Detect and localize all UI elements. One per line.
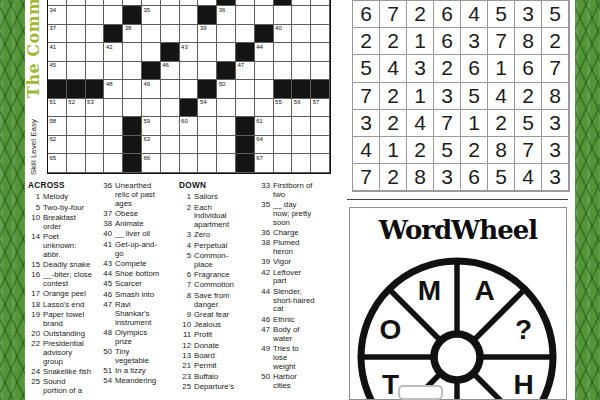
crossword-cell[interactable] xyxy=(123,62,142,81)
clue-item: 23Buffalo xyxy=(179,373,247,382)
crossword-cell[interactable] xyxy=(67,136,86,155)
clue-text: Snakelike fish xyxy=(43,368,91,377)
clue-item: 19Paper towel brand xyxy=(28,311,106,329)
clue-number: 36 xyxy=(100,182,112,208)
number-cell[interactable]: 2 xyxy=(380,28,407,55)
clue-item: 5Common- place xyxy=(179,252,247,270)
clue-text: Common- place xyxy=(194,252,228,270)
wheel-letter-A: A xyxy=(474,275,494,306)
crossword-cell[interactable]: 52 xyxy=(67,99,86,118)
number-cell[interactable]: 2 xyxy=(407,1,434,28)
clue-item: 50Tiny vegetable xyxy=(100,348,179,366)
crossword-cell[interactable]: 63 xyxy=(142,136,161,155)
clue-text: Melody xyxy=(43,193,68,202)
clue-item: 50Harbor cities xyxy=(258,373,322,391)
number-cell[interactable]: 6 xyxy=(461,164,488,191)
crossword-cell[interactable] xyxy=(236,99,255,118)
crossword-cell[interactable] xyxy=(217,136,236,155)
crossword-cell[interactable] xyxy=(180,154,199,173)
number-cell[interactable]: 2 xyxy=(353,28,380,55)
crossword-cell[interactable]: 67 xyxy=(255,154,274,173)
clue-item: 47Body of water xyxy=(258,326,322,344)
clue-text: Obese xyxy=(115,210,138,219)
crossword-cell[interactable] xyxy=(104,154,123,173)
clue-item: 18Lasso's end xyxy=(28,301,106,310)
clue-number: 8 xyxy=(179,292,191,310)
crossword-cell[interactable]: 51 xyxy=(48,99,67,118)
number-cell[interactable]: 1 xyxy=(461,110,488,137)
crossword-cell[interactable]: 38 xyxy=(123,25,142,44)
crossword-cell[interactable] xyxy=(274,117,293,136)
crossword-cell[interactable] xyxy=(311,25,330,44)
number-cell[interactable]: 8 xyxy=(407,164,434,191)
crossword-black-cell xyxy=(198,6,217,25)
number-cell[interactable]: 8 xyxy=(515,28,542,55)
crossword-cell[interactable] xyxy=(292,62,311,81)
crossword-cell[interactable] xyxy=(67,43,86,62)
crossword-cell[interactable] xyxy=(292,117,311,136)
number-cell[interactable]: 8 xyxy=(542,83,569,110)
clue-text: Poet unknown: abbr. xyxy=(43,233,76,259)
crossword-clue-number: 42 xyxy=(106,44,113,50)
number-cell[interactable]: 2 xyxy=(542,28,569,55)
clue-item: 33Firstborn of two xyxy=(258,182,322,200)
number-cell[interactable]: 6 xyxy=(434,28,461,55)
clue-number: 2 xyxy=(179,204,191,230)
clue-item: 25Departure's xyxy=(179,383,247,392)
crossword-cell[interactable] xyxy=(123,99,142,118)
clue-item: 16__-biter; close contest xyxy=(28,271,106,289)
crossword-cell[interactable] xyxy=(292,154,311,173)
crossword-cell[interactable]: 48 xyxy=(104,80,123,99)
clue-text: Sailors xyxy=(194,193,218,202)
clue-text: Charge xyxy=(273,229,299,238)
wheel-letter-O: O xyxy=(380,314,402,345)
clue-number: 19 xyxy=(28,311,40,329)
crossword-clue-number: 38 xyxy=(125,25,132,31)
crossword-clue-number: 39 xyxy=(200,25,207,31)
clue-number: 5 xyxy=(179,252,191,270)
number-cell[interactable]: 3 xyxy=(542,164,569,191)
wordwheel-wheel[interactable]: AMO?TH xyxy=(350,234,567,400)
crossword-cell[interactable]: 42 xyxy=(104,43,123,62)
crossword-cell[interactable] xyxy=(161,154,180,173)
crossword-cell[interactable] xyxy=(236,6,255,25)
clue-number: 6 xyxy=(179,271,191,280)
crossword-cell[interactable] xyxy=(198,154,217,173)
crossword-cell[interactable] xyxy=(161,117,180,136)
crossword-cell[interactable] xyxy=(198,62,217,81)
clue-item: 35__ day now; pretty soon xyxy=(258,201,322,227)
clue-text: Get-up-and- go xyxy=(115,241,157,259)
crossword-cell[interactable] xyxy=(198,136,217,155)
number-cell[interactable]: 2 xyxy=(488,110,515,137)
crossword-cell[interactable] xyxy=(67,117,86,136)
crossword-cell[interactable] xyxy=(161,6,180,25)
crossword-cell[interactable] xyxy=(217,117,236,136)
crossword-cell[interactable]: 44 xyxy=(255,43,274,62)
clue-text: Presidential advisory group xyxy=(43,340,84,366)
crossword-cell[interactable]: 50 xyxy=(217,80,236,99)
across-clue-list: 1Melody5Two-by-four10Breakfast order14Po… xyxy=(28,193,106,396)
clue-text: Permit xyxy=(194,362,217,371)
clue-item: 47Ravi Shankar's instrument xyxy=(100,301,179,327)
crossword-cell[interactable] xyxy=(86,43,105,62)
crossword-cell[interactable]: 56 xyxy=(292,99,311,118)
crossword-cell[interactable] xyxy=(236,25,255,44)
number-cell[interactable]: 7 xyxy=(434,110,461,137)
clue-item: 5Two-by-four xyxy=(28,204,106,213)
number-cell[interactable]: 5 xyxy=(488,1,515,28)
clue-text: Tiny vegetable xyxy=(115,348,149,366)
clue-text: Leftover part xyxy=(273,269,301,287)
crossword-cell[interactable] xyxy=(104,62,123,81)
crossword-cell[interactable] xyxy=(311,6,330,25)
crossword-cell[interactable] xyxy=(161,99,180,118)
clue-number: 5 xyxy=(28,204,40,213)
crossword-cell[interactable]: 61 xyxy=(255,117,274,136)
clue-text: Unearthed relic of past ages xyxy=(115,182,155,208)
clue-item: 38Plumed heron xyxy=(258,239,322,257)
wheel-letter-H: H xyxy=(513,369,533,400)
clue-text: Two-by-four xyxy=(43,204,84,213)
wheel-hub xyxy=(434,334,480,380)
crossword-cell[interactable] xyxy=(274,6,293,25)
clue-number: 35 xyxy=(258,201,270,227)
number-cell[interactable]: 2 xyxy=(461,137,488,164)
crossword-black-cell xyxy=(236,154,255,173)
crossword-cell[interactable] xyxy=(180,6,199,25)
number-cell[interactable]: 4 xyxy=(461,1,488,28)
clue-number: 12 xyxy=(179,342,191,351)
crossword-cell[interactable] xyxy=(142,43,161,62)
number-cell[interactable]: 2 xyxy=(380,164,407,191)
clue-item: 2Each individual apartment xyxy=(179,204,247,230)
number-cell[interactable]: 3 xyxy=(542,137,569,164)
clue-text: __-biter; close contest xyxy=(43,271,92,289)
crossword-clue-number: 50 xyxy=(219,81,226,87)
crossword-cell[interactable]: 57 xyxy=(311,99,330,118)
crossword-cell[interactable] xyxy=(311,43,330,62)
clue-text: Orange peel xyxy=(43,290,86,299)
crossword-cell[interactable] xyxy=(161,80,180,99)
crossword-cell[interactable]: 46 xyxy=(161,62,180,81)
number-cell[interactable]: 4 xyxy=(353,137,380,164)
clue-number: 1 xyxy=(28,193,40,202)
crossword-cell[interactable]: 39 xyxy=(198,25,217,44)
clue-number: 13 xyxy=(179,352,191,361)
number-cell[interactable]: 3 xyxy=(407,55,434,82)
clue-number: 20 xyxy=(28,330,40,339)
crossword-cell[interactable] xyxy=(255,62,274,81)
number-cell[interactable]: 7 xyxy=(515,137,542,164)
crossword-cell[interactable] xyxy=(67,62,86,81)
crossword-cell[interactable] xyxy=(104,136,123,155)
clue-text: Olympics prize xyxy=(115,329,147,347)
number-cell[interactable]: 3 xyxy=(542,110,569,137)
clue-item: 3Zero xyxy=(179,231,247,240)
clue-text: Outstanding xyxy=(43,330,85,339)
crossword-cell[interactable] xyxy=(255,80,274,99)
number-cell[interactable]: 4 xyxy=(380,55,407,82)
clue-text: Firstborn of two xyxy=(273,182,312,200)
number-cell[interactable]: 8 xyxy=(488,137,515,164)
crossword-cell[interactable] xyxy=(161,136,180,155)
answer-box-peek xyxy=(398,385,443,400)
clue-number: 23 xyxy=(179,373,191,382)
crossword-clue-number: 65 xyxy=(50,155,57,161)
crossword-cell[interactable] xyxy=(104,6,123,25)
crossword-clue-number: 48 xyxy=(106,81,113,87)
crossword-grid[interactable]: 3435363738394041424344454647484950515253… xyxy=(47,0,331,174)
number-cell[interactable]: 7 xyxy=(353,164,380,191)
crossword-cell[interactable] xyxy=(86,136,105,155)
crossword-cell[interactable] xyxy=(86,117,105,136)
crossword-cell[interactable] xyxy=(274,154,293,173)
clue-item: 6Fragrance xyxy=(179,271,247,280)
number-cell[interactable]: 2 xyxy=(515,83,542,110)
crossword-cell[interactable]: 45 xyxy=(48,62,67,81)
number-cell[interactable]: 5 xyxy=(515,110,542,137)
clue-item: 14Poet unknown: abbr. xyxy=(28,233,106,259)
crossword-cell[interactable] xyxy=(311,62,330,81)
clue-item: 20Outstanding xyxy=(28,330,106,339)
clue-number: 24 xyxy=(28,368,40,377)
clue-number: 25 xyxy=(179,383,191,392)
crossword-cell[interactable] xyxy=(123,43,142,62)
wheel-letter-question-mark: ? xyxy=(515,314,532,345)
number-cell[interactable]: 1 xyxy=(407,28,434,55)
crossword-cell[interactable] xyxy=(180,80,199,99)
crossword-black-cell xyxy=(217,62,236,81)
crossword-cell[interactable] xyxy=(86,25,105,44)
crossword-cell[interactable] xyxy=(311,154,330,173)
clue-item: 10Jealous xyxy=(179,321,247,330)
crossword-black-cell xyxy=(142,62,161,81)
clue-item: 21Permit xyxy=(179,362,247,371)
crossword-cell[interactable]: 58 xyxy=(48,117,67,136)
crossword-cell[interactable] xyxy=(292,6,311,25)
clue-text: Meandering xyxy=(115,377,156,386)
crossword-black-cell xyxy=(67,80,86,99)
number-cell[interactable]: 4 xyxy=(488,83,515,110)
clue-number: 11 xyxy=(179,331,191,340)
crossword-cell[interactable] xyxy=(292,136,311,155)
crossword-black-cell xyxy=(180,99,199,118)
number-cell[interactable]: 7 xyxy=(542,55,569,82)
crossword-cell[interactable] xyxy=(67,25,86,44)
crossword-clue-number: 34 xyxy=(50,7,57,13)
number-cell[interactable]: 2 xyxy=(380,110,407,137)
number-cell[interactable]: 7 xyxy=(380,1,407,28)
number-grid[interactable]: 6726453522163782543261677213542832471253… xyxy=(352,0,570,192)
crossword-cell[interactable]: 41 xyxy=(48,43,67,62)
clue-text: Donate xyxy=(194,342,219,351)
number-cell[interactable]: 6 xyxy=(353,1,380,28)
clue-text: Body of water xyxy=(273,326,299,344)
number-cell[interactable]: 6 xyxy=(461,55,488,82)
clue-item: 13Board xyxy=(179,352,247,361)
crossword-cell[interactable] xyxy=(198,43,217,62)
crossword-clue-number: 47 xyxy=(237,62,244,68)
crossword-clue-number: 58 xyxy=(50,118,57,124)
number-cell[interactable]: 7 xyxy=(488,28,515,55)
clue-number: 18 xyxy=(28,301,40,310)
clue-number: 41 xyxy=(100,241,112,259)
across-header: ACROSS xyxy=(28,182,106,191)
crossword-cell[interactable] xyxy=(180,136,199,155)
clue-text: Commotion xyxy=(194,281,234,290)
crossword-clue-number: 40 xyxy=(275,25,282,31)
crossword-clue-number: 37 xyxy=(50,25,57,31)
crossword-black-cell xyxy=(123,6,142,25)
crossword-cell[interactable] xyxy=(274,43,293,62)
number-cell[interactable]: 1 xyxy=(407,83,434,110)
number-cell[interactable]: 3 xyxy=(353,110,380,137)
clue-number: 48 xyxy=(100,329,112,347)
number-cell[interactable]: 4 xyxy=(407,110,434,137)
number-cell[interactable]: 7 xyxy=(353,83,380,110)
crossword-cell[interactable]: 36 xyxy=(217,6,236,25)
clue-number: 10 xyxy=(28,214,40,232)
section-divider xyxy=(347,199,568,200)
crossword-cell[interactable] xyxy=(67,154,86,173)
number-cell[interactable]: 3 xyxy=(515,1,542,28)
crossword-cell[interactable]: 64 xyxy=(255,136,274,155)
crossword-cell[interactable]: 66 xyxy=(142,154,161,173)
clue-number: 42 xyxy=(258,269,270,287)
clue-text: In a tizzy xyxy=(115,367,146,376)
across-clues-column-2: 36Unearthed relic of past ages37Obese38A… xyxy=(100,182,179,388)
clue-number: 10 xyxy=(179,321,191,330)
crossword-cell[interactable] xyxy=(86,6,105,25)
clue-number: 44 xyxy=(258,288,270,314)
crossword-cell[interactable] xyxy=(86,62,105,81)
crossword-black-cell xyxy=(255,25,274,44)
number-cell[interactable]: 2 xyxy=(407,137,434,164)
crossword-clue-number: 56 xyxy=(294,99,301,105)
right-border-decoration xyxy=(575,0,600,400)
across-clue-list-2: 36Unearthed relic of past ages37Obese38A… xyxy=(100,182,179,386)
clue-item: 11Profit xyxy=(179,331,247,340)
number-cell[interactable]: 3 xyxy=(434,83,461,110)
crossword-cell[interactable] xyxy=(236,80,255,99)
crossword-cell[interactable] xyxy=(142,25,161,44)
clue-item: 12Donate xyxy=(179,342,247,351)
clue-number: 17 xyxy=(28,290,40,299)
clue-item: 44Slender, short-haired cat xyxy=(258,288,322,314)
crossword-cell[interactable] xyxy=(123,80,142,99)
number-cell[interactable]: 6 xyxy=(434,1,461,28)
crossword-black-cell xyxy=(274,80,293,99)
number-cell[interactable]: 5 xyxy=(353,55,380,82)
crossword-cell[interactable]: 65 xyxy=(48,154,67,173)
crossword-cell[interactable]: 37 xyxy=(48,25,67,44)
crossword-clue-number: 51 xyxy=(50,99,57,105)
crossword-cell[interactable] xyxy=(292,25,311,44)
crossword-cell[interactable]: 43 xyxy=(180,43,199,62)
skill-level-label: Skill Level Easy xyxy=(29,119,38,175)
crossword-cell[interactable] xyxy=(198,117,217,136)
crossword-cell[interactable]: 62 xyxy=(48,136,67,155)
crossword-cell[interactable] xyxy=(311,117,330,136)
number-cell[interactable]: 3 xyxy=(434,164,461,191)
clue-text: Compete xyxy=(115,260,147,269)
crossword-black-cell xyxy=(311,80,330,99)
crossword-cell[interactable] xyxy=(104,117,123,136)
number-cell[interactable]: 4 xyxy=(515,164,542,191)
number-cell[interactable]: 3 xyxy=(461,28,488,55)
clue-text: Each individual apartment xyxy=(194,204,229,230)
clue-item: 36Unearthed relic of past ages xyxy=(100,182,179,208)
crossword-clue-number: 59 xyxy=(143,118,150,124)
clue-text: Breakfast order xyxy=(43,214,76,232)
crossword-cell[interactable]: 53 xyxy=(86,99,105,118)
crossword-cell[interactable] xyxy=(180,62,199,81)
crossword-cell[interactable]: 35 xyxy=(142,6,161,25)
down-clues-column-1: DOWN 1Sailors2Each individual apartment3… xyxy=(179,182,247,393)
crossword-cell[interactable] xyxy=(180,25,199,44)
down-clue-list: 1Sailors2Each individual apartment3Zero4… xyxy=(179,193,247,391)
crossword-cell[interactable] xyxy=(104,99,123,118)
crossword-cell[interactable]: 40 xyxy=(274,25,293,44)
crossword-cell[interactable]: 49 xyxy=(142,80,161,99)
clue-item: 24Snakelike fish xyxy=(28,368,106,377)
clue-number: 54 xyxy=(100,377,112,386)
number-cell[interactable]: 5 xyxy=(434,137,461,164)
number-cell[interactable]: 1 xyxy=(488,55,515,82)
crossword-cell[interactable]: 55 xyxy=(274,99,293,118)
number-cell[interactable]: 1 xyxy=(380,137,407,164)
number-cell[interactable]: 5 xyxy=(461,83,488,110)
clue-number: 21 xyxy=(179,362,191,371)
puzzle-page: The Commut Skill Level Easy 343536373839… xyxy=(0,0,600,400)
clue-text: Slender, short-haired cat xyxy=(273,288,315,314)
crossword-cell[interactable]: 54 xyxy=(198,99,217,118)
crossword-cell[interactable] xyxy=(142,99,161,118)
crossword-cell[interactable] xyxy=(217,99,236,118)
crossword-cell[interactable]: 47 xyxy=(236,62,255,81)
crossword-cell[interactable] xyxy=(67,6,86,25)
crossword-cell[interactable] xyxy=(311,136,330,155)
crossword-clue-number: 41 xyxy=(50,44,57,50)
crossword-cell[interactable]: 60 xyxy=(180,117,199,136)
clue-text: Perpetual xyxy=(194,242,227,251)
crossword-cell[interactable] xyxy=(274,136,293,155)
number-cell[interactable]: 5 xyxy=(542,1,569,28)
crossword-cell[interactable] xyxy=(255,99,274,118)
crossword-cell[interactable] xyxy=(255,6,274,25)
number-cell[interactable]: 6 xyxy=(515,55,542,82)
wheel-letter-M: M xyxy=(418,275,441,306)
crossword-cell[interactable] xyxy=(274,62,293,81)
crossword-cell[interactable]: 34 xyxy=(48,6,67,25)
crossword-cell[interactable] xyxy=(86,154,105,173)
crossword-cell[interactable] xyxy=(217,43,236,62)
clue-number: 47 xyxy=(100,301,112,327)
crossword-cell[interactable] xyxy=(217,25,236,44)
crossword-black-cell xyxy=(123,154,142,173)
crossword-cell[interactable] xyxy=(161,25,180,44)
crossword-cell[interactable]: 59 xyxy=(142,117,161,136)
number-cell[interactable]: 5 xyxy=(488,164,515,191)
clue-number: 15 xyxy=(28,261,40,270)
number-cell[interactable]: 2 xyxy=(434,55,461,82)
crossword-cell[interactable] xyxy=(292,43,311,62)
crossword-cell[interactable] xyxy=(217,154,236,173)
number-cell[interactable]: 2 xyxy=(380,83,407,110)
crossword-black-cell xyxy=(236,117,255,136)
